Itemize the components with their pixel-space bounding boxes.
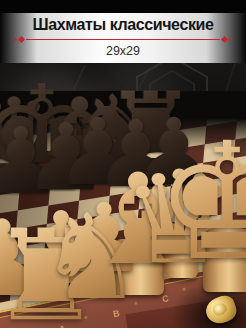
top-bar bbox=[0, 0, 246, 13]
product-card: Шахматы классические 29x29 bbox=[0, 0, 246, 328]
product-title: Шахматы классические bbox=[0, 16, 246, 34]
divider-ornament bbox=[14, 36, 232, 43]
light-king-piece: ♚ bbox=[154, 121, 246, 283]
product-photo: ABCD ♛♚♝♞♜♟♟♟♟♟ ♟♟♟♜♞♟♝♛♚ bbox=[0, 63, 246, 328]
latch-knob-icon bbox=[211, 301, 228, 317]
divider-dot-icon bbox=[229, 38, 232, 41]
title-banner: Шахматы классические 29x29 bbox=[0, 13, 246, 63]
divider-diamond-icon bbox=[221, 36, 228, 43]
divider-line bbox=[26, 39, 220, 41]
divider-dot-icon bbox=[14, 38, 17, 41]
divider-diamond-icon bbox=[18, 36, 25, 43]
board-size-label: 29x29 bbox=[0, 44, 246, 58]
